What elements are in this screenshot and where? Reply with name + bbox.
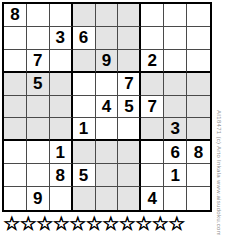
star-icon: ☆ xyxy=(69,212,86,235)
cell-r7c4[interactable] xyxy=(73,141,96,164)
cell-r6c9[interactable] xyxy=(187,118,210,141)
cell-r1c4[interactable] xyxy=(73,4,96,27)
cell-r1c6[interactable] xyxy=(118,4,141,27)
cell-r9c7[interactable]: 4 xyxy=(141,187,164,210)
cell-r4c5[interactable] xyxy=(96,73,119,96)
cell-r5c6[interactable]: 5 xyxy=(118,96,141,119)
cell-r1c3[interactable] xyxy=(50,4,73,27)
cell-r3c2[interactable]: 7 xyxy=(27,50,50,73)
sudoku-board: 836792574571316885194 xyxy=(2,2,212,212)
cell-r8c1[interactable] xyxy=(4,164,27,187)
cell-r9c3[interactable] xyxy=(50,187,73,210)
cell-r6c1[interactable] xyxy=(4,118,27,141)
cell-r2c1[interactable] xyxy=(4,27,27,50)
cell-r4c8[interactable] xyxy=(164,73,187,96)
cell-r7c9[interactable]: 8 xyxy=(187,141,210,164)
star-icon: ☆ xyxy=(135,212,152,235)
cell-r2c4[interactable]: 6 xyxy=(73,27,96,50)
cell-r2c3[interactable]: 3 xyxy=(50,27,73,50)
cell-r6c2[interactable] xyxy=(27,118,50,141)
cell-r4c4[interactable] xyxy=(73,73,96,96)
cell-r9c6[interactable] xyxy=(118,187,141,210)
star-icon: ☆ xyxy=(20,212,37,235)
cell-r5c2[interactable] xyxy=(27,96,50,119)
watermark-text: AI18471 (c) Arto Inkala www.aisudoku.com xyxy=(216,110,222,235)
cell-r6c4[interactable]: 1 xyxy=(73,118,96,141)
cell-r3c3[interactable] xyxy=(50,50,73,73)
cell-r3c1[interactable] xyxy=(4,50,27,73)
cell-r4c2[interactable]: 5 xyxy=(27,73,50,96)
cell-r9c2[interactable]: 9 xyxy=(27,187,50,210)
cell-r9c9[interactable] xyxy=(187,187,210,210)
cell-r2c7[interactable] xyxy=(141,27,164,50)
cell-r6c7[interactable] xyxy=(141,118,164,141)
difficulty-stars: ☆☆☆☆☆☆☆☆☆☆☆ xyxy=(3,212,213,234)
cell-r7c6[interactable] xyxy=(118,141,141,164)
cell-r5c9[interactable] xyxy=(187,96,210,119)
cell-r2c9[interactable] xyxy=(187,27,210,50)
cell-r5c3[interactable] xyxy=(50,96,73,119)
cell-r8c9[interactable] xyxy=(187,164,210,187)
cell-r8c5[interactable] xyxy=(96,164,119,187)
cell-r2c5[interactable] xyxy=(96,27,119,50)
cell-r4c9[interactable] xyxy=(187,73,210,96)
cell-r4c7[interactable] xyxy=(141,73,164,96)
cell-r3c9[interactable] xyxy=(187,50,210,73)
cell-r6c5[interactable] xyxy=(96,118,119,141)
cell-r2c6[interactable] xyxy=(118,27,141,50)
cell-r8c3[interactable]: 8 xyxy=(50,164,73,187)
star-icon: ☆ xyxy=(36,212,53,235)
cell-r4c6[interactable]: 7 xyxy=(118,73,141,96)
cell-r5c4[interactable] xyxy=(73,96,96,119)
cell-r7c7[interactable] xyxy=(141,141,164,164)
cell-r3c8[interactable] xyxy=(164,50,187,73)
star-icon: ☆ xyxy=(168,212,185,235)
puzzle-image: 836792574571316885194 ☆☆☆☆☆☆☆☆☆☆☆ AI1847… xyxy=(0,0,235,235)
cell-r1c2[interactable] xyxy=(27,4,50,27)
cell-r1c7[interactable] xyxy=(141,4,164,27)
cell-r1c9[interactable] xyxy=(187,4,210,27)
cell-r3c5[interactable]: 9 xyxy=(96,50,119,73)
cell-r1c8[interactable] xyxy=(164,4,187,27)
cell-r8c4[interactable]: 5 xyxy=(73,164,96,187)
cell-r1c5[interactable] xyxy=(96,4,119,27)
cell-r7c5[interactable] xyxy=(96,141,119,164)
cell-r5c1[interactable] xyxy=(4,96,27,119)
cell-r9c4[interactable] xyxy=(73,187,96,210)
cell-r9c5[interactable] xyxy=(96,187,119,210)
cell-r7c8[interactable]: 6 xyxy=(164,141,187,164)
cell-r2c8[interactable] xyxy=(164,27,187,50)
cell-r9c1[interactable] xyxy=(4,187,27,210)
cell-r7c2[interactable] xyxy=(27,141,50,164)
star-icon: ☆ xyxy=(119,212,136,235)
cell-r8c8[interactable]: 1 xyxy=(164,164,187,187)
cell-r6c6[interactable] xyxy=(118,118,141,141)
cell-r8c2[interactable] xyxy=(27,164,50,187)
cell-r5c7[interactable]: 7 xyxy=(141,96,164,119)
cell-r6c8[interactable]: 3 xyxy=(164,118,187,141)
cell-r7c3[interactable]: 1 xyxy=(50,141,73,164)
star-icon: ☆ xyxy=(102,212,119,235)
cell-r1c1[interactable]: 8 xyxy=(4,4,27,27)
cell-r8c6[interactable] xyxy=(118,164,141,187)
star-icon: ☆ xyxy=(152,212,169,235)
cell-r9c8[interactable] xyxy=(164,187,187,210)
cell-r6c3[interactable] xyxy=(50,118,73,141)
cell-r4c1[interactable] xyxy=(4,73,27,96)
star-icon: ☆ xyxy=(3,212,20,235)
star-icon: ☆ xyxy=(86,212,103,235)
cell-r5c8[interactable] xyxy=(164,96,187,119)
cell-r7c1[interactable] xyxy=(4,141,27,164)
star-icon: ☆ xyxy=(53,212,70,235)
cell-r8c7[interactable] xyxy=(141,164,164,187)
cell-r3c4[interactable] xyxy=(73,50,96,73)
cell-r3c6[interactable] xyxy=(118,50,141,73)
cell-r5c5[interactable]: 4 xyxy=(96,96,119,119)
cell-r2c2[interactable] xyxy=(27,27,50,50)
cell-r4c3[interactable] xyxy=(50,73,73,96)
cell-r3c7[interactable]: 2 xyxy=(141,50,164,73)
